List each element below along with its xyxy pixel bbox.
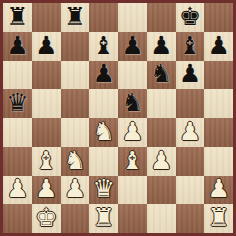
white-pawn-c2[interactable]: ♟ bbox=[64, 176, 86, 201]
black-pawn-g6[interactable]: ♟ bbox=[179, 61, 201, 86]
square-f3[interactable]: ♟ bbox=[147, 147, 176, 176]
square-h5[interactable] bbox=[204, 89, 233, 118]
square-c2[interactable]: ♟ bbox=[61, 176, 90, 205]
square-e6[interactable] bbox=[118, 61, 147, 90]
square-e4[interactable]: ♟ bbox=[118, 118, 147, 147]
square-d7[interactable]: ♝ bbox=[89, 32, 118, 61]
square-g4[interactable]: ♟ bbox=[176, 118, 205, 147]
square-c7[interactable] bbox=[61, 32, 90, 61]
square-f2[interactable] bbox=[147, 176, 176, 205]
square-f1[interactable] bbox=[147, 204, 176, 233]
square-g6[interactable]: ♟ bbox=[176, 61, 205, 90]
square-d4[interactable]: ♞ bbox=[89, 118, 118, 147]
black-pawn-b7[interactable]: ♟ bbox=[35, 33, 57, 58]
white-king-b1[interactable]: ♚ bbox=[35, 205, 57, 230]
square-c6[interactable] bbox=[61, 61, 90, 90]
square-d8[interactable] bbox=[89, 3, 118, 32]
square-g5[interactable] bbox=[176, 89, 205, 118]
square-a6[interactable] bbox=[3, 61, 32, 90]
black-queen-a5[interactable]: ♛ bbox=[6, 90, 28, 115]
square-c8[interactable]: ♜ bbox=[61, 3, 90, 32]
square-b7[interactable]: ♟ bbox=[32, 32, 61, 61]
square-a3[interactable] bbox=[3, 147, 32, 176]
black-pawn-e7[interactable]: ♟ bbox=[121, 33, 143, 58]
square-b8[interactable] bbox=[32, 3, 61, 32]
square-b3[interactable]: ♝ bbox=[32, 147, 61, 176]
white-pawn-b2[interactable]: ♟ bbox=[35, 176, 57, 201]
black-bishop-d7[interactable]: ♝ bbox=[92, 33, 114, 58]
square-h3[interactable] bbox=[204, 147, 233, 176]
black-pawn-a7[interactable]: ♟ bbox=[6, 33, 28, 58]
square-g3[interactable] bbox=[176, 147, 205, 176]
black-knight-f6[interactable]: ♞ bbox=[150, 61, 172, 86]
white-pawn-a2[interactable]: ♟ bbox=[6, 176, 28, 201]
black-knight-e5[interactable]: ♞ bbox=[121, 90, 143, 115]
square-f4[interactable] bbox=[147, 118, 176, 147]
square-d3[interactable] bbox=[89, 147, 118, 176]
white-pawn-h2[interactable]: ♟ bbox=[207, 176, 229, 201]
chess-board: ♜♜♚♟♟♝♟♟♝♟♟♞♟♛♞♞♟♟♝♞♝♟♟♟♟♛♟♚♜♜ bbox=[3, 3, 233, 233]
square-e3[interactable]: ♝ bbox=[118, 147, 147, 176]
square-h2[interactable]: ♟ bbox=[204, 176, 233, 205]
square-c3[interactable]: ♞ bbox=[61, 147, 90, 176]
black-rook-c8[interactable]: ♜ bbox=[64, 4, 86, 29]
black-king-g8[interactable]: ♚ bbox=[179, 4, 201, 29]
square-e5[interactable]: ♞ bbox=[118, 89, 147, 118]
square-a5[interactable]: ♛ bbox=[3, 89, 32, 118]
black-bishop-g7[interactable]: ♝ bbox=[179, 33, 201, 58]
square-g8[interactable]: ♚ bbox=[176, 3, 205, 32]
square-b6[interactable] bbox=[32, 61, 61, 90]
white-pawn-g4[interactable]: ♟ bbox=[179, 119, 201, 144]
square-d6[interactable]: ♟ bbox=[89, 61, 118, 90]
square-h8[interactable] bbox=[204, 3, 233, 32]
square-a1[interactable] bbox=[3, 204, 32, 233]
square-a8[interactable]: ♜ bbox=[3, 3, 32, 32]
square-d2[interactable]: ♛ bbox=[89, 176, 118, 205]
square-b5[interactable] bbox=[32, 89, 61, 118]
square-e2[interactable] bbox=[118, 176, 147, 205]
square-g1[interactable] bbox=[176, 204, 205, 233]
white-queen-d2[interactable]: ♛ bbox=[92, 176, 114, 201]
square-f5[interactable] bbox=[147, 89, 176, 118]
square-b4[interactable] bbox=[32, 118, 61, 147]
board-frame: ♜♜♚♟♟♝♟♟♝♟♟♞♟♛♞♞♟♟♝♞♝♟♟♟♟♛♟♚♜♜ bbox=[0, 0, 236, 236]
square-d1[interactable]: ♜ bbox=[89, 204, 118, 233]
black-pawn-h7[interactable]: ♟ bbox=[207, 33, 229, 58]
square-h7[interactable]: ♟ bbox=[204, 32, 233, 61]
square-d5[interactable] bbox=[89, 89, 118, 118]
square-c1[interactable] bbox=[61, 204, 90, 233]
square-a2[interactable]: ♟ bbox=[3, 176, 32, 205]
square-f6[interactable]: ♞ bbox=[147, 61, 176, 90]
white-rook-h1[interactable]: ♜ bbox=[207, 205, 229, 230]
square-h6[interactable] bbox=[204, 61, 233, 90]
square-c4[interactable] bbox=[61, 118, 90, 147]
square-f7[interactable]: ♟ bbox=[147, 32, 176, 61]
square-a4[interactable] bbox=[3, 118, 32, 147]
square-e1[interactable] bbox=[118, 204, 147, 233]
square-b1[interactable]: ♚ bbox=[32, 204, 61, 233]
square-h4[interactable] bbox=[204, 118, 233, 147]
white-rook-d1[interactable]: ♜ bbox=[92, 205, 114, 230]
square-e8[interactable] bbox=[118, 3, 147, 32]
square-b2[interactable]: ♟ bbox=[32, 176, 61, 205]
square-h1[interactable]: ♜ bbox=[204, 204, 233, 233]
black-pawn-f7[interactable]: ♟ bbox=[150, 33, 172, 58]
square-g7[interactable]: ♝ bbox=[176, 32, 205, 61]
black-rook-a8[interactable]: ♜ bbox=[6, 4, 28, 29]
white-pawn-f3[interactable]: ♟ bbox=[150, 148, 172, 173]
white-knight-c3[interactable]: ♞ bbox=[64, 148, 86, 173]
square-g2[interactable] bbox=[176, 176, 205, 205]
white-pawn-e4[interactable]: ♟ bbox=[121, 119, 143, 144]
square-e7[interactable]: ♟ bbox=[118, 32, 147, 61]
square-f8[interactable] bbox=[147, 3, 176, 32]
white-bishop-b3[interactable]: ♝ bbox=[35, 148, 57, 173]
black-pawn-d6[interactable]: ♟ bbox=[92, 61, 114, 86]
white-bishop-e3[interactable]: ♝ bbox=[121, 148, 143, 173]
square-c5[interactable] bbox=[61, 89, 90, 118]
white-knight-d4[interactable]: ♞ bbox=[92, 119, 114, 144]
square-a7[interactable]: ♟ bbox=[3, 32, 32, 61]
